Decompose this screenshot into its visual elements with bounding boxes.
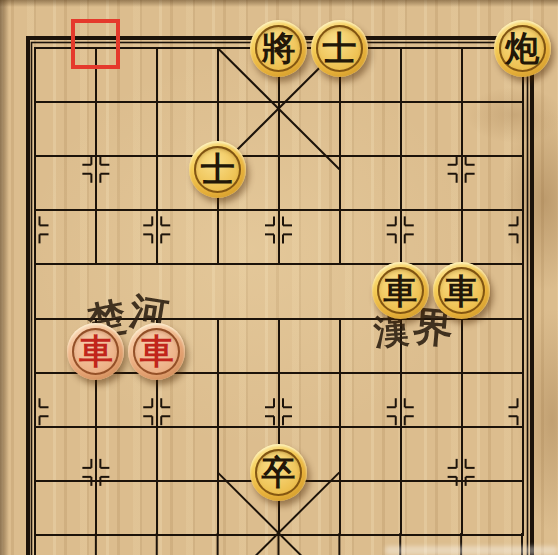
grid-cell <box>218 264 279 318</box>
grid-cell <box>157 373 218 427</box>
grid-cell <box>401 373 462 427</box>
grid-cell <box>35 102 96 156</box>
grid-cell <box>96 481 157 535</box>
piece-character: 卒 <box>262 455 296 489</box>
grid-cell <box>96 373 157 427</box>
piece-black-soldier[interactable]: 卒 <box>250 444 307 501</box>
grid-cell <box>401 427 462 481</box>
grid-cell <box>401 102 462 156</box>
grid-cell <box>401 481 462 535</box>
piece-character: 車 <box>444 274 478 308</box>
grid-cell <box>157 48 218 102</box>
bottom-light-glare <box>385 546 558 555</box>
grid-cell <box>279 210 340 264</box>
grid-cell <box>462 102 523 156</box>
piece-character: 將 <box>262 31 296 65</box>
grid-cell <box>340 210 401 264</box>
grid-cell <box>401 210 462 264</box>
piece-black-chariot-2[interactable]: 車 <box>433 262 490 319</box>
grid-cell <box>279 373 340 427</box>
grid-cell <box>157 427 218 481</box>
grid-cell <box>279 156 340 210</box>
grid-cell <box>279 102 340 156</box>
piece-black-cannon[interactable]: 炮 <box>494 20 551 77</box>
piece-character: 車 <box>79 334 113 368</box>
grid-cell <box>35 481 96 535</box>
grid-cell <box>401 156 462 210</box>
grid-cell <box>35 156 96 210</box>
grid-cell <box>279 319 340 373</box>
grid-cell <box>157 481 218 535</box>
piece-character: 士 <box>322 31 356 65</box>
piece-red-chariot-1[interactable]: 車 <box>67 323 124 380</box>
grid-cell <box>462 373 523 427</box>
xiangqi-board[interactable]: 楚河 漢界 將士炮士車車車車卒 <box>0 0 558 555</box>
grid-cell <box>96 102 157 156</box>
grid-cell <box>218 319 279 373</box>
piece-character: 士 <box>201 152 235 186</box>
grid-cell <box>401 48 462 102</box>
grid-cell <box>462 156 523 210</box>
piece-red-chariot-2[interactable]: 車 <box>128 323 185 380</box>
grid-cell <box>340 156 401 210</box>
piece-character: 車 <box>140 334 174 368</box>
grid-cell <box>340 373 401 427</box>
piece-black-chariot-1[interactable]: 車 <box>372 262 429 319</box>
grid-cell <box>96 427 157 481</box>
piece-black-advisor-2[interactable]: 士 <box>189 141 246 198</box>
last-move-highlight-square <box>71 19 120 69</box>
grid-cell <box>96 210 157 264</box>
grid-cell <box>157 210 218 264</box>
grid-cell <box>218 373 279 427</box>
grid-cell <box>96 156 157 210</box>
grid-cell <box>340 102 401 156</box>
piece-black-general[interactable]: 將 <box>250 20 307 77</box>
piece-character: 車 <box>383 274 417 308</box>
grid-cell <box>462 427 523 481</box>
grid-cell <box>462 481 523 535</box>
grid-cell <box>218 210 279 264</box>
piece-character: 炮 <box>505 31 539 65</box>
grid-cell <box>462 319 523 373</box>
grid-cell <box>462 210 523 264</box>
piece-black-advisor-1[interactable]: 士 <box>311 20 368 77</box>
grid-cell <box>340 481 401 535</box>
grid-cell <box>35 427 96 481</box>
grid-cell <box>35 210 96 264</box>
grid-cell <box>340 427 401 481</box>
grid-cell <box>279 264 340 318</box>
grid-cell <box>35 373 96 427</box>
